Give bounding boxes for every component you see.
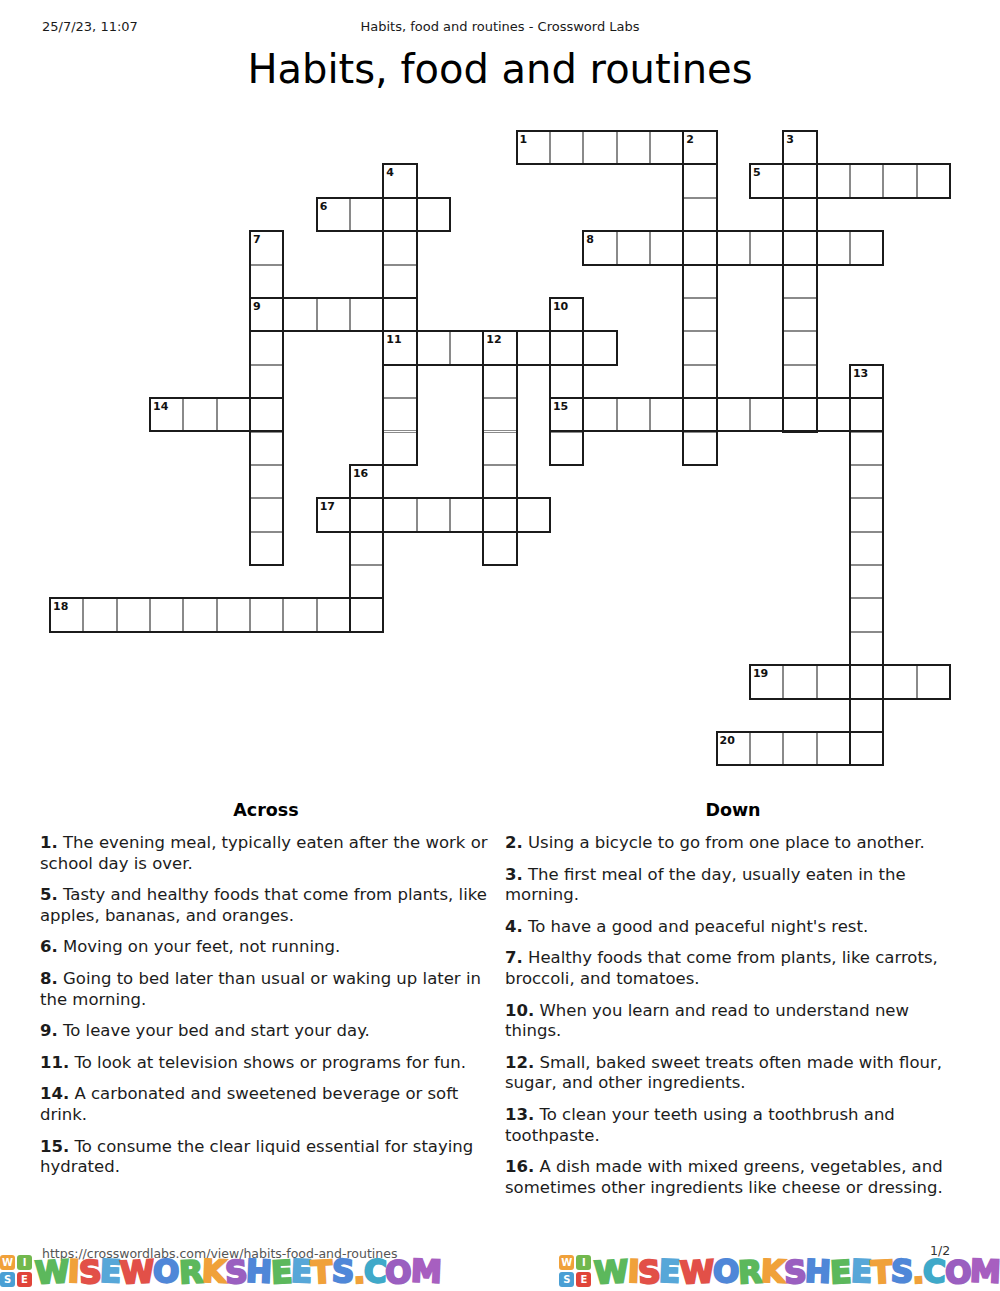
grid-cell-r13c24 [850, 565, 883, 598]
grid-cell-r3c16 [583, 231, 616, 264]
down-clue-10: 10. When you learn and read to understan… [505, 1001, 961, 1042]
watermark-letter: S [783, 1253, 806, 1290]
grid-cell-r12c24 [850, 532, 883, 565]
grid-cell-r9c15 [550, 432, 583, 465]
grid-cell-r1c22 [783, 164, 816, 197]
watermark-letter: S [637, 1253, 660, 1290]
grid-cell-r8c23 [817, 398, 850, 431]
clue-text: Moving on your feet, not running. [58, 937, 341, 956]
watermark-letter: W [34, 1253, 69, 1291]
grid-cell-r3c20 [717, 231, 750, 264]
across-clue-14: 14. A carbonated and sweetened beverage … [40, 1084, 492, 1125]
watermark-letter: R [178, 1253, 203, 1290]
grid-cell-r8c13 [483, 398, 516, 431]
grid-cell-r6c11 [417, 331, 450, 364]
clue-number: 13. [505, 1105, 534, 1124]
watermark-letter: O [153, 1252, 180, 1289]
grid-cell-r0c19 [683, 131, 716, 164]
grid-cell-r5c22 [783, 298, 816, 331]
logo-square-E: E [17, 1272, 32, 1287]
watermark-letter: E [850, 1253, 872, 1290]
grid-cell-r3c17 [617, 231, 650, 264]
watermark: WISEWISEWORKSHEETS.COMWISEWISEWORKSHEETS… [0, 1251, 1000, 1291]
watermark-letter: H [805, 1252, 831, 1289]
grid-cell-r11c13 [483, 498, 516, 531]
grid-cell-r4c6 [250, 265, 283, 298]
across-clue-11: 11. To look at television shows or progr… [40, 1053, 492, 1074]
grid-cell-r14c24 [850, 598, 883, 631]
grid-cell-r5c6 [250, 298, 283, 331]
watermark-letter: E [99, 1253, 121, 1290]
grid-cell-r8c4 [183, 398, 216, 431]
clue-text: To look at television shows or programs … [69, 1053, 466, 1072]
clue-text: A carbonated and sweetened beverage or s… [40, 1084, 458, 1124]
down-clue-12: 12. Small, baked sweet treats often made… [505, 1053, 961, 1094]
down-clue-13: 13. To clean your teeth using a toothbru… [505, 1105, 961, 1146]
grid-cell-r6c10 [383, 331, 416, 364]
clue-text: Tasty and healthy foods that come from p… [40, 885, 487, 925]
grid-cell-r7c24 [850, 365, 883, 398]
grid-cell-r2c11 [417, 198, 450, 231]
grid-cell-r10c9 [350, 465, 383, 498]
grid-cell-r3c19 [683, 231, 716, 264]
grid-cell-r11c14 [517, 498, 550, 531]
document-title: Habits, food and routines - Crossword La… [0, 19, 1000, 34]
grid-cell-r16c26 [917, 665, 950, 698]
grid-cell-r18c24 [850, 732, 883, 765]
logo-square-W: W [0, 1255, 15, 1270]
grid-cell-r5c10 [383, 298, 416, 331]
grid-cell-r8c3 [150, 398, 183, 431]
grid-cell-r18c21 [750, 732, 783, 765]
grid-cell-r2c22 [783, 198, 816, 231]
grid-cell-r8c17 [617, 398, 650, 431]
grid-cell-r7c19 [683, 365, 716, 398]
grid-cell-r7c6 [250, 365, 283, 398]
watermark-letter: O [944, 1253, 971, 1290]
watermark-letter: T [311, 1253, 333, 1290]
grid-cell-r9c19 [683, 432, 716, 465]
across-header: Across [40, 800, 492, 820]
grid-cell-r8c20 [717, 398, 750, 431]
watermark-group-1: WISEWISEWORKSHEETS.COM [0, 1251, 441, 1291]
down-clue-2: 2. Using a bicycle to go from one place … [505, 833, 961, 854]
grid-cell-r8c24 [850, 398, 883, 431]
grid-cell-r0c14 [517, 131, 550, 164]
clue-number: 6. [40, 937, 58, 956]
grid-cell-r13c9 [350, 565, 383, 598]
grid-cell-r8c15 [550, 398, 583, 431]
grid-cell-r18c20 [717, 732, 750, 765]
down-clue-3: 3. The first meal of the day, usually ea… [505, 865, 961, 906]
watermark-letter: O [712, 1252, 739, 1289]
watermark-letter: S [224, 1253, 247, 1290]
grid-cell-r18c23 [817, 732, 850, 765]
watermark-letter: E [270, 1253, 292, 1290]
logo-square-S: S [559, 1272, 574, 1287]
grid-cell-r6c19 [683, 331, 716, 364]
print-header: 25/7/23, 11:07 Habits, food and routines… [0, 19, 1000, 37]
grid-cell-r16c21 [750, 665, 783, 698]
grid-cell-r2c10 [383, 198, 416, 231]
grid-cell-r0c16 [583, 131, 616, 164]
grid-cell-r2c9 [350, 198, 383, 231]
watermark-letter: S [890, 1253, 913, 1290]
grid-cell-r11c10 [383, 498, 416, 531]
clue-text: When you learn and read to understand ne… [505, 1001, 909, 1041]
down-clue-16: 16. A dish made with mixed greens, veget… [505, 1157, 961, 1198]
logo-square-W: W [559, 1255, 574, 1270]
grid-cell-r10c13 [483, 465, 516, 498]
clue-text: The evening meal, typically eaten after … [40, 833, 488, 873]
wiseworksheets-logo-icon: WISE [559, 1255, 591, 1287]
grid-cell-r5c8 [317, 298, 350, 331]
grid-cell-r5c7 [283, 298, 316, 331]
grid-cell-r11c8 [317, 498, 350, 531]
watermark-group-2: WISEWISEWORKSHEETS.COM [559, 1251, 1000, 1291]
watermark-letter: C [922, 1253, 945, 1290]
watermark-letter: O [385, 1253, 412, 1290]
grid-cell-r11c9 [350, 498, 383, 531]
grid-cell-r16c22 [783, 665, 816, 698]
grid-cell-r3c24 [850, 231, 883, 264]
grid-cell-r4c22 [783, 265, 816, 298]
wiseworksheets-logo-icon: WISE [0, 1255, 32, 1287]
grid-cell-r7c10 [383, 365, 416, 398]
watermark-text: WISEWORKSHEETS.COM [594, 1253, 1000, 1289]
grid-cell-r1c21 [750, 164, 783, 197]
grid-cell-r6c12 [450, 331, 483, 364]
watermark-letter: S [331, 1253, 354, 1290]
grid-cell-r8c19 [683, 398, 716, 431]
grid-cell-r1c19 [683, 164, 716, 197]
grid-cell-r5c15 [550, 298, 583, 331]
grid-cell-r8c21 [750, 398, 783, 431]
grid-cell-r14c5 [217, 598, 250, 631]
grid-cell-r11c12 [450, 498, 483, 531]
watermark-letter: R [737, 1253, 762, 1290]
crossword-board: 1568911141517181920234710121316 [50, 131, 951, 766]
grid-cell-r15c24 [850, 632, 883, 665]
grid-cell-r3c22 [783, 231, 816, 264]
clue-number: 15. [40, 1137, 69, 1156]
watermark-letter: C [363, 1253, 386, 1290]
grid-cell-r12c9 [350, 532, 383, 565]
page-title: Habits, food and routines [0, 46, 1000, 92]
clue-number: 9. [40, 1021, 58, 1040]
clue-number: 8. [40, 969, 58, 988]
grid-cell-r0c15 [550, 131, 583, 164]
clue-number: 2. [505, 833, 523, 852]
grid-cell-r14c9 [350, 598, 383, 631]
grid-cell-r14c4 [183, 598, 216, 631]
grid-cell-r6c14 [517, 331, 550, 364]
grid-cell-r14c2 [117, 598, 150, 631]
clue-number: 11. [40, 1053, 69, 1072]
grid-cell-r6c16 [583, 331, 616, 364]
across-clues-column: Across 1. The evening meal, typically ea… [40, 800, 492, 1189]
down-clue-7: 7. Healthy foods that come from plants, … [505, 948, 961, 989]
watermark-letter: S [78, 1253, 101, 1290]
grid-cell-r9c24 [850, 432, 883, 465]
clue-number: 3. [505, 865, 523, 884]
grid-cell-r3c21 [750, 231, 783, 264]
grid-cell-r18c22 [783, 732, 816, 765]
clue-text: The first meal of the day, usually eaten… [505, 865, 906, 905]
clue-text: A dish made with mixed greens, vegetable… [505, 1157, 943, 1197]
across-clue-9: 9. To leave your bed and start your day. [40, 1021, 492, 1042]
clue-text: To clean your teeth using a toothbrush a… [505, 1105, 895, 1145]
grid-cell-r16c23 [817, 665, 850, 698]
clue-number: 4. [505, 917, 523, 936]
across-clue-15: 15. To consume the clear liquid essentia… [40, 1137, 492, 1178]
watermark-letter: M [969, 1252, 1000, 1289]
clue-number: 1. [40, 833, 58, 852]
grid-cell-r1c23 [817, 164, 850, 197]
grid-cell-r14c6 [250, 598, 283, 631]
clue-number: 12. [505, 1053, 534, 1072]
across-clue-5: 5. Tasty and healthy foods that come fro… [40, 885, 492, 926]
watermark-letter: H [245, 1252, 271, 1289]
grid-cell-r12c13 [483, 532, 516, 565]
across-clue-8: 8. Going to bed later than usual or waki… [40, 969, 492, 1010]
across-clue-1: 1. The evening meal, typically eaten aft… [40, 833, 492, 874]
grid-cell-r4c19 [683, 265, 716, 298]
clue-number: 14. [40, 1084, 69, 1103]
grid-cell-r4c10 [383, 265, 416, 298]
grid-cell-r5c19 [683, 298, 716, 331]
grid-cell-r6c6 [250, 331, 283, 364]
logo-square-I: I [17, 1255, 32, 1270]
grid-cell-r9c6 [250, 432, 283, 465]
grid-cell-r2c8 [317, 198, 350, 231]
grid-cell-r14c7 [283, 598, 316, 631]
grid-cell-r14c0 [50, 598, 83, 631]
grid-cell-r7c13 [483, 365, 516, 398]
grid-cell-r17c24 [850, 699, 883, 732]
clue-text: Small, baked sweet treats often made wit… [505, 1053, 942, 1093]
grid-cell-r10c24 [850, 465, 883, 498]
clue-text: Going to bed later than usual or waking … [40, 969, 481, 1009]
down-clue-4: 4. To have a good and peaceful night's r… [505, 917, 961, 938]
watermark-letter: E [829, 1253, 851, 1290]
grid-cell-r9c13 [483, 432, 516, 465]
grid-cell-r7c22 [783, 365, 816, 398]
grid-cell-r11c11 [417, 498, 450, 531]
grid-cell-r1c25 [883, 164, 916, 197]
grid-cell-r12c6 [250, 532, 283, 565]
grid-cell-r11c24 [850, 498, 883, 531]
grid-cell-r9c10 [383, 432, 416, 465]
watermark-letter: E [659, 1253, 681, 1290]
grid-cell-r3c23 [817, 231, 850, 264]
grid-cell-r8c5 [217, 398, 250, 431]
grid-cell-r11c6 [250, 498, 283, 531]
grid-cell-r8c6 [250, 398, 283, 431]
grid-cell-r3c10 [383, 231, 416, 264]
grid-cell-r8c10 [383, 398, 416, 431]
down-header: Down [505, 800, 961, 820]
across-clue-6: 6. Moving on your feet, not running. [40, 937, 492, 958]
clue-number: 7. [505, 948, 523, 967]
grid-cell-r0c17 [617, 131, 650, 164]
down-clues-column: Down 2. Using a bicycle to go from one p… [505, 800, 961, 1209]
watermark-letter: E [290, 1253, 312, 1290]
clue-text: Healthy foods that come from plants, lik… [505, 948, 938, 988]
grid-cell-r14c8 [317, 598, 350, 631]
grid-cell-r5c9 [350, 298, 383, 331]
grid-cell-r3c6 [250, 231, 283, 264]
grid-cell-r16c24 [850, 665, 883, 698]
grid-cell-r6c13 [483, 331, 516, 364]
logo-square-I: I [576, 1255, 591, 1270]
clue-text: To leave your bed and start your day. [58, 1021, 370, 1040]
grid-cell-r8c18 [650, 398, 683, 431]
grid-cell-r1c10 [383, 164, 416, 197]
down-clue-list: 2. Using a bicycle to go from one place … [505, 833, 961, 1198]
watermark-letter: K [760, 1253, 785, 1290]
watermark-letter: K [201, 1253, 226, 1290]
clue-text: To have a good and peaceful night's rest… [523, 917, 868, 936]
grid-cell-r8c16 [583, 398, 616, 431]
grid-cell-r10c6 [250, 465, 283, 498]
clue-text: To consume the clear liquid essential fo… [40, 1137, 473, 1177]
grid-cell-r6c22 [783, 331, 816, 364]
grid-cell-r0c22 [783, 131, 816, 164]
watermark-letter: W [119, 1253, 154, 1291]
grid-cell-r16c25 [883, 665, 916, 698]
logo-square-E: E [576, 1272, 591, 1287]
clue-number: 16. [505, 1157, 534, 1176]
logo-square-S: S [0, 1272, 15, 1287]
across-clue-list: 1. The evening meal, typically eaten aft… [40, 833, 492, 1178]
clue-number: 10. [505, 1001, 534, 1020]
grid-cell-r1c26 [917, 164, 950, 197]
grid-cell-r6c15 [550, 331, 583, 364]
grid-cell-r3c18 [650, 231, 683, 264]
clue-number: 5. [40, 885, 58, 904]
grid-cell-r7c15 [550, 365, 583, 398]
grid-cell-r0c18 [650, 131, 683, 164]
grid-cell-r1c24 [850, 164, 883, 197]
clue-text: Using a bicycle to go from one place to … [523, 833, 925, 852]
watermark-letter: W [593, 1253, 628, 1291]
watermark-text: WISEWORKSHEETS.COM [35, 1253, 441, 1289]
grid-cell-r14c3 [150, 598, 183, 631]
grid-cell-r14c1 [83, 598, 116, 631]
watermark-letter: T [870, 1253, 892, 1290]
watermark-letter: M [410, 1252, 441, 1289]
watermark-letter: W [679, 1253, 714, 1291]
page: 25/7/23, 11:07 Habits, food and routines… [0, 0, 1000, 1291]
grid-cell-r2c19 [683, 198, 716, 231]
grid-cell-r8c22 [783, 398, 816, 431]
